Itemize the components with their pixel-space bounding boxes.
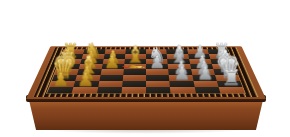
pieces-layer: ♜♞♟♟♜♞♟♟♝♞♝♞♜♟♟♟♟♟♝♚♝♟♟♚♛♟♟♟♛♟♟♜ <box>46 49 246 94</box>
piece-silver-rook-h2: ♜ <box>219 64 243 88</box>
piece-silver-pawn-e5: ♟ <box>146 48 169 71</box>
piece-gold-pawn-d5-fallen: ♟ <box>123 64 148 70</box>
chess-set-photo: ♜♞♟♟♜♞♟♟♝♞♝♞♜♟♟♟♟♟♝♚♝♟♟♚♛♟♟♟♛♟♟♜ <box>0 0 290 137</box>
piece-gold-pawn-b2: ♟ <box>73 64 97 88</box>
chess-board: ♜♞♟♟♜♞♟♟♝♞♝♞♜♟♟♟♟♟♝♚♝♟♟♚♛♟♟♟♛♟♟♜ <box>26 46 266 99</box>
wooden-box-base <box>29 100 263 130</box>
piece-gold-bishop-d6: ♝ <box>124 43 146 65</box>
piece-silver-pawn-f3: ♟ <box>170 58 194 82</box>
piece-gold-pawn-a2: ♟ <box>49 64 73 88</box>
piece-silver-pawn-g3: ♟ <box>193 58 217 82</box>
piece-gold-pawn-c5: ♟ <box>101 48 124 71</box>
